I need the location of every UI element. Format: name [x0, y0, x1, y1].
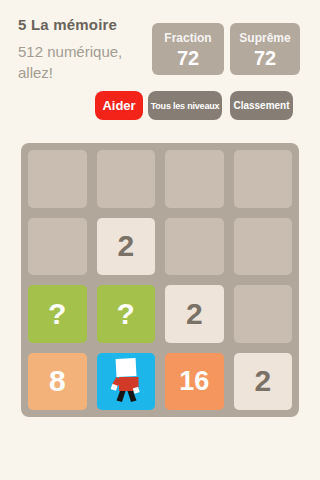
leaderboard-button[interactable]: Classement	[230, 91, 293, 120]
page-title: 5 La mémoire	[18, 16, 117, 33]
cell-empty	[234, 218, 293, 276]
score-label: Fraction	[152, 31, 224, 45]
score-value: 72	[230, 47, 300, 70]
tile-2: 2	[234, 353, 293, 411]
player-character-icon	[109, 358, 143, 404]
game-board[interactable]: 2??28 162	[21, 143, 299, 417]
cell-empty	[28, 218, 87, 276]
cell-empty	[97, 150, 156, 208]
help-button[interactable]: Aider	[95, 91, 143, 120]
cell-empty	[28, 150, 87, 208]
cell-empty	[234, 285, 293, 343]
tile-2: 2	[97, 218, 156, 276]
tile-2: 2	[165, 285, 224, 343]
tile-player	[97, 353, 156, 411]
app-screen: 5 La mémoire 512 numérique, allez! Fract…	[0, 0, 320, 480]
score-box-best: Suprême 72	[230, 23, 300, 75]
tile-16: 16	[165, 353, 224, 411]
cell-empty	[165, 150, 224, 208]
score-label: Suprême	[230, 31, 300, 45]
cell-empty	[234, 150, 293, 208]
score-box-current: Fraction 72	[152, 23, 224, 75]
tile-mystery: ?	[97, 285, 156, 343]
tile-8: 8	[28, 353, 87, 411]
score-value: 72	[152, 47, 224, 70]
cell-empty	[165, 218, 224, 276]
all-levels-button[interactable]: Tous les niveaux	[148, 91, 222, 120]
tile-mystery: ?	[28, 285, 87, 343]
page-subtitle: 512 numérique, allez!	[18, 41, 153, 83]
